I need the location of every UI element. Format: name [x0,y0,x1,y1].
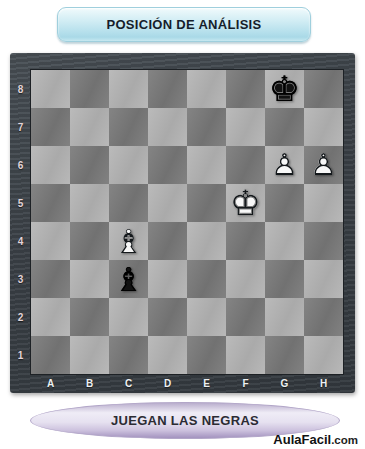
square-e7[interactable] [187,108,226,146]
square-h3[interactable] [304,260,343,298]
file-label-e: E [187,374,226,393]
chess-board-frame: 87654321 ♚♔♟♙♟♙♚♔♝♗♝♗ ABCDEFGH [10,53,355,393]
square-c1[interactable] [109,336,148,374]
square-f6[interactable] [226,146,265,184]
square-d4[interactable] [148,222,187,260]
square-a4[interactable] [31,222,70,260]
square-f8[interactable] [226,70,265,108]
square-g2[interactable] [265,298,304,336]
square-a6[interactable] [31,146,70,184]
white-pawn-g6-icon[interactable]: ♟♙ [265,146,304,184]
square-f2[interactable] [226,298,265,336]
white-king-f5-icon[interactable]: ♚♔ [226,184,265,222]
black-bishop-c3-icon[interactable]: ♝♗ [109,260,148,298]
square-b3[interactable] [70,260,109,298]
rank-label-7: 7 [10,108,31,146]
square-h7[interactable] [304,108,343,146]
white-bishop-c4-icon[interactable]: ♝♗ [109,222,148,260]
square-h5[interactable] [304,184,343,222]
square-a5[interactable] [31,184,70,222]
square-e2[interactable] [187,298,226,336]
square-c2[interactable] [109,298,148,336]
square-g3[interactable] [265,260,304,298]
site-suffix: .com [331,434,358,446]
square-f7[interactable] [226,108,265,146]
board-grid: ♚♔♟♙♟♙♚♔♝♗♝♗ [31,70,343,374]
square-d5[interactable] [148,184,187,222]
square-e1[interactable] [187,336,226,374]
square-b4[interactable] [70,222,109,260]
white-pawn-h6-icon[interactable]: ♟♙ [304,146,343,184]
square-a7[interactable] [31,108,70,146]
file-label-c: C [109,374,148,393]
square-a2[interactable] [31,298,70,336]
square-b6[interactable] [70,146,109,184]
square-g7[interactable] [265,108,304,146]
site-name: AulaFacil [273,432,331,447]
square-b7[interactable] [70,108,109,146]
analysis-diagram-page: POSICIÓN DE ANÁLISIS 87654321 ♚♔♟♙♟♙♚♔♝♗… [0,0,365,449]
square-g1[interactable] [265,336,304,374]
file-label-b: B [70,374,109,393]
square-g4[interactable] [265,222,304,260]
site-watermark: AulaFacil.com [273,432,358,447]
rank-label-3: 3 [10,260,31,298]
rank-label-6: 6 [10,146,31,184]
square-e5[interactable] [187,184,226,222]
square-b5[interactable] [70,184,109,222]
square-e4[interactable] [187,222,226,260]
file-label-d: D [148,374,187,393]
file-label-f: F [226,374,265,393]
rank-label-1: 1 [10,336,31,374]
rank-label-5: 5 [10,184,31,222]
file-label-h: H [304,374,343,393]
square-c7[interactable] [109,108,148,146]
square-g5[interactable] [265,184,304,222]
square-a1[interactable] [31,336,70,374]
rank-label-8: 8 [10,70,31,108]
square-d7[interactable] [148,108,187,146]
square-d6[interactable] [148,146,187,184]
rank-labels: 87654321 [10,70,31,374]
square-c5[interactable] [109,184,148,222]
square-d8[interactable] [148,70,187,108]
square-e8[interactable] [187,70,226,108]
to-move-caption: JUEGAN LAS NEGRAS [111,413,259,428]
square-h1[interactable] [304,336,343,374]
square-f3[interactable] [226,260,265,298]
square-c8[interactable] [109,70,148,108]
file-label-g: G [265,374,304,393]
square-d2[interactable] [148,298,187,336]
square-b1[interactable] [70,336,109,374]
square-a3[interactable] [31,260,70,298]
square-b2[interactable] [70,298,109,336]
square-d1[interactable] [148,336,187,374]
header-banner: POSICIÓN DE ANÁLISIS [57,7,311,42]
square-f1[interactable] [226,336,265,374]
square-f4[interactable] [226,222,265,260]
page-title: POSICIÓN DE ANÁLISIS [106,17,261,32]
square-c6[interactable] [109,146,148,184]
rank-label-2: 2 [10,298,31,336]
file-labels: ABCDEFGH [31,374,343,393]
square-d3[interactable] [148,260,187,298]
square-e3[interactable] [187,260,226,298]
black-king-g8-icon[interactable]: ♚♔ [265,70,304,108]
square-b8[interactable] [70,70,109,108]
square-a8[interactable] [31,70,70,108]
square-h4[interactable] [304,222,343,260]
square-h8[interactable] [304,70,343,108]
file-label-a: A [31,374,70,393]
square-h2[interactable] [304,298,343,336]
square-e6[interactable] [187,146,226,184]
rank-label-4: 4 [10,222,31,260]
